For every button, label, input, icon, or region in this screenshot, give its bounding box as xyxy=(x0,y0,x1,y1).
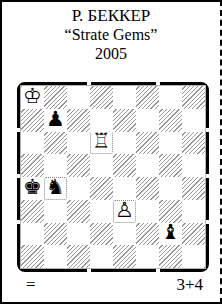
square-d7 xyxy=(90,109,113,132)
square-f7 xyxy=(136,109,159,132)
square-e2 xyxy=(113,223,136,246)
square-e4 xyxy=(113,177,136,200)
square-g6 xyxy=(159,132,182,155)
square-g2: ♝ xyxy=(159,223,182,246)
square-f1 xyxy=(136,245,159,268)
square-c6 xyxy=(67,132,90,155)
author-name: Р. БЕККЕР xyxy=(2,6,220,25)
square-b5 xyxy=(44,154,67,177)
problem-header: Р. БЕККЕР “Strate Gems” 2005 xyxy=(2,2,220,63)
white-king-piece: ♔ xyxy=(23,86,42,107)
square-c8 xyxy=(67,86,90,109)
square-h6 xyxy=(182,132,205,155)
square-a7 xyxy=(21,109,44,132)
square-c3 xyxy=(67,200,90,223)
border-notch xyxy=(206,220,209,224)
square-f2 xyxy=(136,223,159,246)
square-f5 xyxy=(136,154,159,177)
square-g7 xyxy=(159,109,182,132)
square-g5 xyxy=(159,154,182,177)
border-notch xyxy=(206,128,209,132)
square-a6 xyxy=(21,132,44,155)
square-h8 xyxy=(182,86,205,109)
material-count: 3+4 xyxy=(176,275,203,295)
border-notch xyxy=(156,82,160,85)
white-rook-piece: ♖ xyxy=(92,132,111,153)
square-a2 xyxy=(21,223,44,246)
square-c4 xyxy=(67,177,90,200)
black-king-piece: ♚ xyxy=(23,177,42,198)
square-e5 xyxy=(113,154,136,177)
square-g4 xyxy=(159,177,182,200)
black-knight-piece: ♞ xyxy=(46,177,65,198)
square-a5 xyxy=(21,154,44,177)
square-f4 xyxy=(136,177,159,200)
source-title: “Strate Gems” xyxy=(2,25,220,44)
square-g1 xyxy=(159,245,182,268)
square-e6 xyxy=(113,132,136,155)
white-pawn-piece: ♙ xyxy=(115,200,134,221)
square-d6: ♖ xyxy=(90,132,113,155)
square-e1 xyxy=(113,245,136,268)
square-b6 xyxy=(44,132,67,155)
square-f3 xyxy=(136,200,159,223)
border-notch xyxy=(206,174,209,178)
square-f6 xyxy=(136,132,159,155)
board-grid: ♔♟♖♚♞♙♝ xyxy=(21,86,205,268)
border-notch xyxy=(87,269,91,272)
square-h7 xyxy=(182,109,205,132)
square-a1 xyxy=(21,245,44,268)
square-a4: ♚ xyxy=(21,177,44,200)
black-pawn-piece: ♟ xyxy=(46,109,65,130)
stipulation: = xyxy=(26,275,36,295)
square-e8 xyxy=(113,86,136,109)
square-c1 xyxy=(67,245,90,268)
square-h4 xyxy=(182,177,205,200)
publication-year: 2005 xyxy=(2,44,220,63)
piece-mask: ♞ xyxy=(44,177,67,200)
square-h2 xyxy=(182,223,205,246)
square-b2 xyxy=(44,223,67,246)
square-d3 xyxy=(90,200,113,223)
square-b3 xyxy=(44,200,67,223)
square-d5 xyxy=(90,154,113,177)
square-e7 xyxy=(113,109,136,132)
square-f8 xyxy=(136,86,159,109)
chess-problem-card: Р. БЕККЕР “Strate Gems” 2005 ♔♟♖♚♞♙♝ = 3… xyxy=(0,0,222,304)
square-h3 xyxy=(182,200,205,223)
square-h1 xyxy=(182,245,205,268)
square-b4: ♞ xyxy=(44,177,67,200)
border-notch xyxy=(17,220,20,224)
chess-board: ♔♟♖♚♞♙♝ xyxy=(17,82,209,272)
square-b8 xyxy=(44,86,67,109)
border-notch xyxy=(17,174,20,178)
square-g3 xyxy=(159,200,182,223)
square-d8 xyxy=(90,86,113,109)
problem-footer: = 3+4 xyxy=(2,275,220,295)
square-b1 xyxy=(44,245,67,268)
piece-mask: ♙ xyxy=(113,200,136,223)
square-a8: ♔ xyxy=(21,86,44,109)
square-a3 xyxy=(21,200,44,223)
square-e3: ♙ xyxy=(113,200,136,223)
square-b7: ♟ xyxy=(44,109,67,132)
border-notch xyxy=(17,128,20,132)
border-notch xyxy=(156,269,160,272)
piece-mask: ♖ xyxy=(90,132,113,155)
square-c7 xyxy=(67,109,90,132)
square-d4 xyxy=(90,177,113,200)
square-c2 xyxy=(67,223,90,246)
square-h5 xyxy=(182,154,205,177)
square-g8 xyxy=(159,86,182,109)
square-d2 xyxy=(90,223,113,246)
black-bishop-piece: ♝ xyxy=(161,223,180,244)
square-d1 xyxy=(90,245,113,268)
square-c5 xyxy=(67,154,90,177)
border-notch xyxy=(87,82,91,85)
